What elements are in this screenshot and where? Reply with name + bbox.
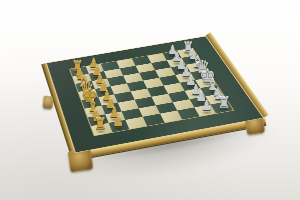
piece-silver-rook-h8[interactable]: ♜ (217, 95, 230, 110)
photo-backdrop: ♜♟♟♜♞♟♟♞♝♟♟♝♛♟♟♛♚♟♟♚♝♟♟♝♞♟♟♞♜♟♟♜ (0, 0, 300, 200)
board-foot-left-corner (42, 96, 53, 110)
piece-silver-pawn-h7[interactable]: ♟ (201, 100, 212, 113)
piece-gold-pawn-h2[interactable]: ♟ (113, 116, 124, 129)
board-foot-front-left (68, 149, 94, 173)
piece-gold-rook-h1[interactable]: ♜ (94, 118, 107, 133)
